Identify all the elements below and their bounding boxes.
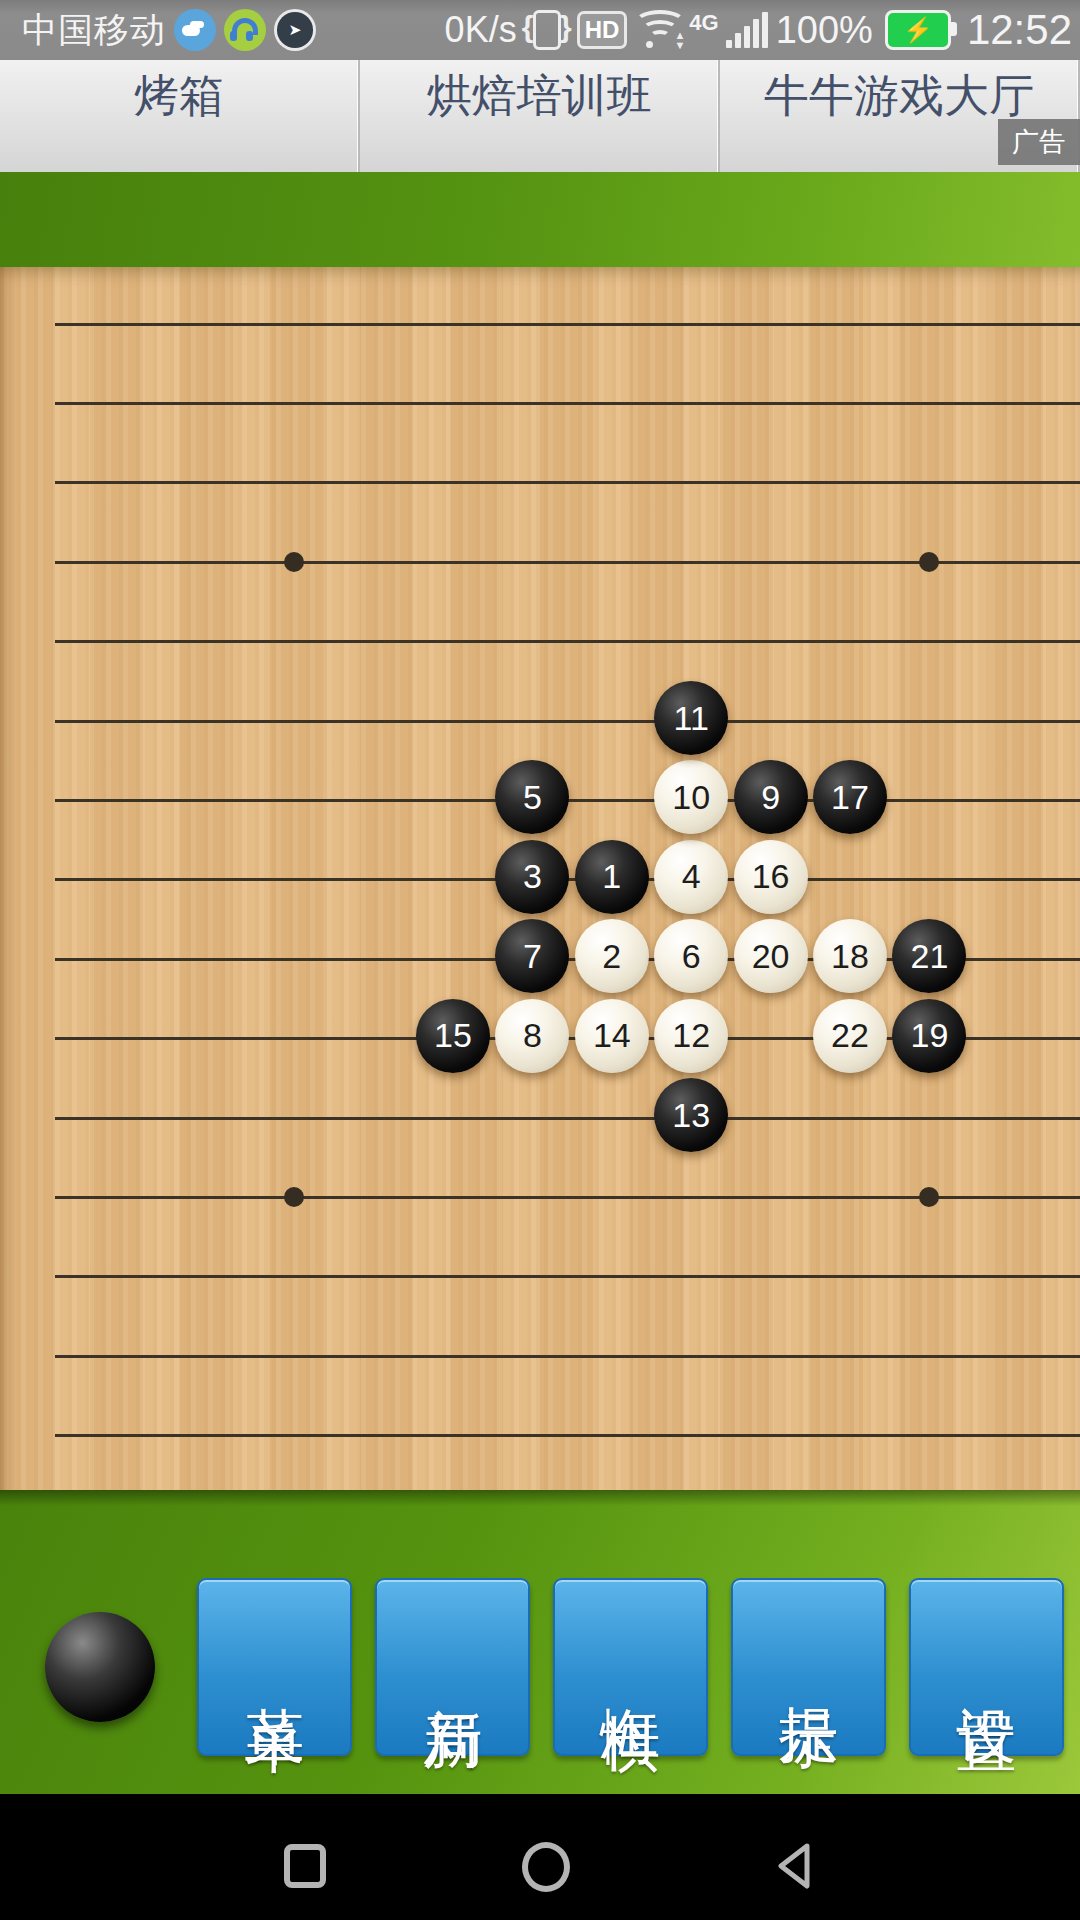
grid-line-horizontal bbox=[55, 1355, 1080, 1358]
stone-move-number: 10 bbox=[672, 778, 710, 817]
star-point bbox=[919, 552, 939, 572]
undo-button[interactable]: 悔棋 bbox=[553, 1578, 708, 1756]
settings-button[interactable]: 设置 bbox=[909, 1578, 1064, 1756]
recents-icon[interactable] bbox=[284, 1844, 326, 1888]
stone-move-number: 18 bbox=[831, 937, 869, 976]
control-bar: 菜单 新局 悔棋 提示 设置 bbox=[0, 1490, 1080, 1794]
network-type-label: 4G bbox=[689, 10, 718, 36]
stone-7-black: 7 bbox=[495, 919, 569, 993]
star-point bbox=[284, 552, 304, 572]
stone-move-number: 21 bbox=[910, 937, 948, 976]
stone-4-white: 4 bbox=[654, 840, 728, 914]
turn-indicator-black-stone bbox=[45, 1612, 155, 1722]
star-point bbox=[284, 1187, 304, 1207]
stone-17-black: 17 bbox=[813, 760, 887, 834]
top-green-strip bbox=[0, 172, 1080, 267]
stone-15-black: 15 bbox=[416, 999, 490, 1073]
new-game-button[interactable]: 新局 bbox=[375, 1578, 530, 1756]
stone-move-number: 14 bbox=[593, 1016, 631, 1055]
bird-app-icon bbox=[274, 9, 316, 51]
stone-move-number: 16 bbox=[752, 857, 790, 896]
headset-app-icon bbox=[224, 9, 266, 51]
cloud-app-icon bbox=[174, 9, 216, 51]
hd-volte-icon: HD bbox=[577, 11, 628, 49]
battery-icon: ⚡ bbox=[885, 10, 951, 50]
stone-move-number: 17 bbox=[831, 778, 869, 817]
stone-move-number: 19 bbox=[910, 1016, 948, 1055]
ad-label-badge: 广告 bbox=[998, 119, 1080, 165]
grid-line-horizontal bbox=[55, 481, 1080, 484]
stone-16-white: 16 bbox=[734, 840, 808, 914]
stone-18-white: 18 bbox=[813, 919, 887, 993]
carrier-label: 中国移动 bbox=[22, 7, 166, 54]
hint-button[interactable]: 提示 bbox=[731, 1578, 886, 1756]
stone-8-white: 8 bbox=[495, 999, 569, 1073]
star-point bbox=[919, 1187, 939, 1207]
grid-line-horizontal bbox=[55, 720, 1080, 723]
stone-12-white: 12 bbox=[654, 999, 728, 1073]
stone-move-number: 9 bbox=[761, 778, 780, 817]
stone-3-black: 3 bbox=[495, 840, 569, 914]
grid-line-horizontal bbox=[55, 1117, 1080, 1120]
grid-line-horizontal bbox=[55, 1275, 1080, 1278]
stone-2-white: 2 bbox=[575, 919, 649, 993]
stone-5-black: 5 bbox=[495, 760, 569, 834]
wifi-icon: ▲▼ bbox=[637, 10, 683, 50]
stone-22-white: 22 bbox=[813, 999, 887, 1073]
grid-line-horizontal bbox=[55, 402, 1080, 405]
status-right-cluster: 0K/s HD ▲▼ 4G 100% ⚡ 12:52 bbox=[445, 6, 1072, 54]
status-bar: 中国移动 0K/s HD ▲▼ 4G 100% ⚡ 12:52 bbox=[0, 0, 1080, 60]
stone-move-number: 1 bbox=[602, 857, 621, 896]
grid-line-horizontal bbox=[55, 1434, 1080, 1437]
stone-6-white: 6 bbox=[654, 919, 728, 993]
menu-button[interactable]: 菜单 bbox=[197, 1578, 352, 1756]
net-speed-label: 0K/s bbox=[445, 9, 517, 51]
vibrate-icon bbox=[533, 10, 561, 50]
home-icon[interactable] bbox=[522, 1842, 570, 1892]
stone-10-white: 10 bbox=[654, 760, 728, 834]
android-nav-bar bbox=[0, 1794, 1080, 1920]
ad-item-baking-class[interactable]: 烘焙培训班 bbox=[360, 60, 720, 172]
stone-move-number: 13 bbox=[672, 1096, 710, 1135]
stone-9-black: 9 bbox=[734, 760, 808, 834]
grid-line-horizontal bbox=[55, 323, 1080, 326]
stone-move-number: 20 bbox=[752, 937, 790, 976]
stone-move-number: 3 bbox=[523, 857, 542, 896]
grid-line-horizontal bbox=[55, 640, 1080, 643]
stone-20-white: 20 bbox=[734, 919, 808, 993]
stone-move-number: 22 bbox=[831, 1016, 869, 1055]
stone-1-black: 1 bbox=[575, 840, 649, 914]
stone-move-number: 5 bbox=[523, 778, 542, 817]
signal-bars-icon bbox=[723, 10, 768, 48]
stone-move-number: 8 bbox=[523, 1016, 542, 1055]
stone-move-number: 12 bbox=[672, 1016, 710, 1055]
back-icon[interactable] bbox=[771, 1840, 817, 1892]
stone-14-white: 14 bbox=[575, 999, 649, 1073]
stone-move-number: 4 bbox=[682, 857, 701, 896]
clock-label: 12:52 bbox=[967, 6, 1072, 54]
battery-percent-label: 100% bbox=[776, 9, 873, 52]
stone-move-number: 15 bbox=[434, 1016, 472, 1055]
stone-21-black: 21 bbox=[892, 919, 966, 993]
ad-item-oven[interactable]: 烤箱 bbox=[0, 60, 360, 172]
stone-move-number: 11 bbox=[674, 699, 709, 738]
stone-11-black: 11 bbox=[654, 681, 728, 755]
stone-19-black: 19 bbox=[892, 999, 966, 1073]
board[interactable]: 12345678910111213141516171819202122 bbox=[0, 267, 1080, 1490]
stone-move-number: 7 bbox=[523, 937, 542, 976]
stone-move-number: 2 bbox=[602, 937, 621, 976]
stone-13-black: 13 bbox=[654, 1078, 728, 1152]
stone-move-number: 6 bbox=[682, 937, 701, 976]
ad-banner: 烤箱 烘焙培训班 牛牛游戏大厅 广告 bbox=[0, 60, 1080, 172]
